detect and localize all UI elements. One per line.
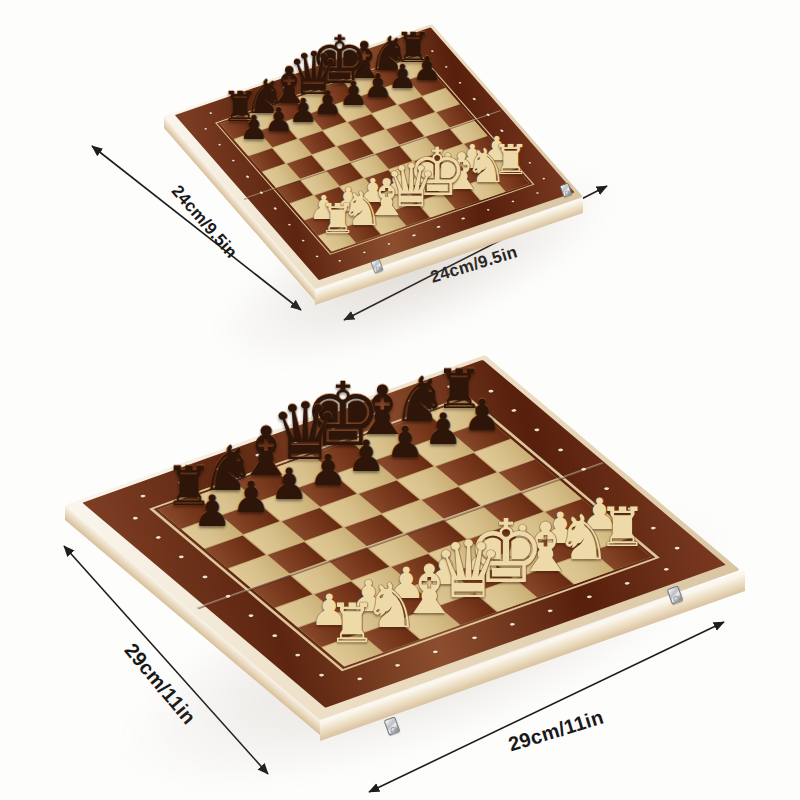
- light-rook-a1: ♜: [319, 199, 356, 240]
- light-rook-a1: ♜: [328, 597, 376, 651]
- dark-pawn-e7: ♟: [347, 435, 386, 478]
- dark-pawn-d7: ♟: [309, 449, 348, 492]
- dark-pawn-g7: ♟: [424, 408, 463, 451]
- dark-pawn-f7: ♟: [386, 421, 425, 464]
- product-photo-canvas: 24cm/9.5in 24cm/9.5in 29cm/11in 29cm/11i…: [0, 0, 800, 800]
- dark-pawn-a7: ♟: [193, 490, 232, 533]
- dark-pawn-a7: ♟: [239, 111, 269, 144]
- dark-pawn-b7: ♟: [232, 476, 271, 519]
- dark-pawn-c7: ♟: [270, 463, 309, 506]
- dark-pawn-h7: ♟: [463, 394, 502, 437]
